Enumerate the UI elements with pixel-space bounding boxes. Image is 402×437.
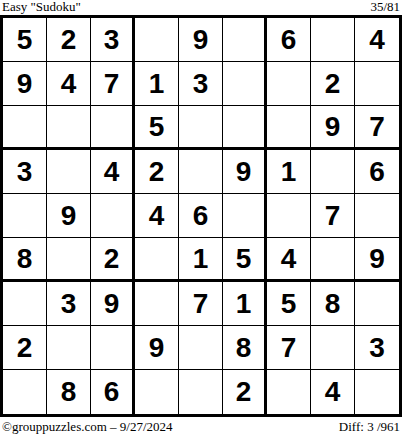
cell-r1c9: 4 <box>355 18 399 62</box>
cell-r4c4: 2 <box>135 150 179 194</box>
cell-r3c5 <box>179 106 223 150</box>
cell-r4c5 <box>179 150 223 194</box>
cell-r4c1: 3 <box>3 150 47 194</box>
cell-r6c6: 5 <box>223 238 267 282</box>
cell-r8c3 <box>91 326 135 370</box>
cell-r3c3 <box>91 106 135 150</box>
puzzle-title: Easy "Sudoku" <box>2 0 81 14</box>
difficulty-text: Diff: 3 /961 <box>339 420 400 434</box>
footer: ©grouppuzzles.com – 9/27/2024 Diff: 3 /9… <box>0 420 402 434</box>
cell-r9c4 <box>135 370 179 414</box>
cell-r3c1 <box>3 106 47 150</box>
cell-r1c7: 6 <box>267 18 311 62</box>
cell-r4c9: 6 <box>355 150 399 194</box>
cell-r8c7: 7 <box>267 326 311 370</box>
cell-r4c7: 1 <box>267 150 311 194</box>
cell-r4c8 <box>311 150 355 194</box>
cell-r2c5: 3 <box>179 62 223 106</box>
cell-r8c9: 3 <box>355 326 399 370</box>
cell-r6c1: 8 <box>3 238 47 282</box>
cell-r6c9: 9 <box>355 238 399 282</box>
cell-r1c4 <box>135 18 179 62</box>
copyright-text: ©grouppuzzles.com – 9/27/2024 <box>2 420 173 434</box>
sudoku-grid: 5239649471325973429169467821549397158298… <box>0 15 402 417</box>
cell-r5c5: 6 <box>179 194 223 238</box>
cell-r4c6: 9 <box>223 150 267 194</box>
cell-r3c4: 5 <box>135 106 179 150</box>
cell-r5c2: 9 <box>47 194 91 238</box>
cell-r5c3 <box>91 194 135 238</box>
cell-r2c3: 7 <box>91 62 135 106</box>
cell-r8c8 <box>311 326 355 370</box>
cell-r6c2 <box>47 238 91 282</box>
cell-r9c8: 4 <box>311 370 355 414</box>
cell-r3c2 <box>47 106 91 150</box>
puzzle-number: 35/81 <box>370 0 400 14</box>
cell-r2c6 <box>223 62 267 106</box>
cell-r3c8: 9 <box>311 106 355 150</box>
cell-r8c4: 9 <box>135 326 179 370</box>
cell-r4c3: 4 <box>91 150 135 194</box>
cell-r8c1: 2 <box>3 326 47 370</box>
cell-r6c7: 4 <box>267 238 311 282</box>
cell-r1c5: 9 <box>179 18 223 62</box>
cell-r9c5 <box>179 370 223 414</box>
cell-r1c8 <box>311 18 355 62</box>
cell-r1c3: 3 <box>91 18 135 62</box>
cell-r1c1: 5 <box>3 18 47 62</box>
cell-r1c2: 2 <box>47 18 91 62</box>
cell-r5c8: 7 <box>311 194 355 238</box>
cell-r7c3: 9 <box>91 282 135 326</box>
cell-r5c9 <box>355 194 399 238</box>
cell-r8c2 <box>47 326 91 370</box>
cell-r2c7 <box>267 62 311 106</box>
cell-r5c1 <box>3 194 47 238</box>
cell-r9c9 <box>355 370 399 414</box>
cell-r7c4 <box>135 282 179 326</box>
cell-r7c1 <box>3 282 47 326</box>
cell-r8c6: 8 <box>223 326 267 370</box>
cell-r2c2: 4 <box>47 62 91 106</box>
cell-r6c8 <box>311 238 355 282</box>
cell-r8c5 <box>179 326 223 370</box>
cell-r7c7: 5 <box>267 282 311 326</box>
cell-r9c7 <box>267 370 311 414</box>
cell-r7c5: 7 <box>179 282 223 326</box>
cell-r9c2: 8 <box>47 370 91 414</box>
cell-r2c1: 9 <box>3 62 47 106</box>
cell-r5c6 <box>223 194 267 238</box>
cell-r2c9 <box>355 62 399 106</box>
page: Easy "Sudoku" 35/81 52396494713259734291… <box>0 0 402 437</box>
cell-r7c8: 8 <box>311 282 355 326</box>
cell-r3c6 <box>223 106 267 150</box>
cell-r1c6 <box>223 18 267 62</box>
cell-r5c4: 4 <box>135 194 179 238</box>
cell-r5c7 <box>267 194 311 238</box>
cell-r7c9 <box>355 282 399 326</box>
cell-r9c6: 2 <box>223 370 267 414</box>
cell-r6c5: 1 <box>179 238 223 282</box>
cell-r4c2 <box>47 150 91 194</box>
cell-r6c4 <box>135 238 179 282</box>
cell-r9c1 <box>3 370 47 414</box>
cell-r3c9: 7 <box>355 106 399 150</box>
cell-r9c3: 6 <box>91 370 135 414</box>
cell-r3c7 <box>267 106 311 150</box>
cell-r2c8: 2 <box>311 62 355 106</box>
cell-r2c4: 1 <box>135 62 179 106</box>
cell-r6c3: 2 <box>91 238 135 282</box>
header: Easy "Sudoku" 35/81 <box>0 0 402 15</box>
cell-r7c2: 3 <box>47 282 91 326</box>
cell-r7c6: 1 <box>223 282 267 326</box>
